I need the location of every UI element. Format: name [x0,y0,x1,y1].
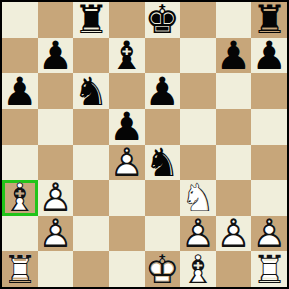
square-a6[interactable]: ♟ [2,73,38,109]
white-bishop[interactable]: ♝♗ [180,251,216,287]
white-pawn[interactable]: ♟♙ [38,180,74,216]
square-h4[interactable] [251,145,287,181]
square-f5[interactable] [180,109,216,145]
white-pawn-outline: ♙ [216,216,252,252]
white-rook-outline: ♖ [2,251,38,287]
white-knight[interactable]: ♞♘ [180,180,216,216]
black-rook[interactable]: ♜ [251,2,287,38]
square-e1[interactable]: ♚♔ [145,251,181,287]
square-g1[interactable] [216,251,252,287]
black-pawn-glyph: ♟ [38,38,74,74]
square-c4[interactable] [73,145,109,181]
square-g4[interactable] [216,145,252,181]
black-knight[interactable]: ♞ [73,73,109,109]
white-pawn[interactable]: ♟♙ [251,216,287,252]
white-rook[interactable]: ♜♖ [251,251,287,287]
square-g3[interactable] [216,180,252,216]
square-h1[interactable]: ♜♖ [251,251,287,287]
square-d7[interactable]: ♝ [109,38,145,74]
square-b8[interactable] [38,2,74,38]
black-pawn[interactable]: ♟ [2,73,38,109]
black-knight-glyph: ♞ [73,73,109,109]
white-bishop-outline: ♗ [2,180,38,216]
white-pawn[interactable]: ♟♙ [38,216,74,252]
square-e3[interactable] [145,180,181,216]
square-c2[interactable] [73,216,109,252]
black-pawn[interactable]: ♟ [38,38,74,74]
square-e4[interactable]: ♞ [145,145,181,181]
square-c8[interactable]: ♜ [73,2,109,38]
chess-board: ♜♚♜♟♝♟♟♟♞♟♟♟♙♞♝♗♟♙♞♘♟♙♟♙♟♙♟♙♜♖♚♔♝♗♜♖ [0,0,289,289]
black-rook-glyph: ♜ [251,2,287,38]
black-bishop[interactable]: ♝ [109,38,145,74]
square-b1[interactable] [38,251,74,287]
black-rook[interactable]: ♜ [73,2,109,38]
square-h7[interactable]: ♟ [251,38,287,74]
square-c5[interactable] [73,109,109,145]
square-e5[interactable] [145,109,181,145]
square-g5[interactable] [216,109,252,145]
square-d3[interactable] [109,180,145,216]
square-c6[interactable]: ♞ [73,73,109,109]
square-f2[interactable]: ♟♙ [180,216,216,252]
white-pawn-outline: ♙ [38,180,74,216]
square-h6[interactable] [251,73,287,109]
white-bishop-outline: ♗ [180,251,216,287]
square-h2[interactable]: ♟♙ [251,216,287,252]
square-c3[interactable] [73,180,109,216]
square-f8[interactable] [180,2,216,38]
black-king-glyph: ♚ [145,2,181,38]
square-d2[interactable] [109,216,145,252]
white-rook[interactable]: ♜♖ [2,251,38,287]
white-pawn[interactable]: ♟♙ [180,216,216,252]
white-rook-outline: ♖ [251,251,287,287]
square-a8[interactable] [2,2,38,38]
square-b2[interactable]: ♟♙ [38,216,74,252]
square-d6[interactable] [109,73,145,109]
black-bishop-glyph: ♝ [109,38,145,74]
square-b5[interactable] [38,109,74,145]
white-bishop[interactable]: ♝♗ [2,180,38,216]
square-a3[interactable]: ♝♗ [2,180,38,216]
white-pawn[interactable]: ♟♙ [216,216,252,252]
black-pawn-glyph: ♟ [216,38,252,74]
square-c7[interactable] [73,38,109,74]
square-e7[interactable] [145,38,181,74]
white-pawn-outline: ♙ [251,216,287,252]
black-pawn-glyph: ♟ [2,73,38,109]
white-pawn-outline: ♙ [38,216,74,252]
black-pawn[interactable]: ♟ [216,38,252,74]
square-g8[interactable] [216,2,252,38]
black-king[interactable]: ♚ [145,2,181,38]
square-b4[interactable] [38,145,74,181]
white-knight-outline: ♘ [180,180,216,216]
black-pawn-glyph: ♟ [109,109,145,145]
square-h5[interactable] [251,109,287,145]
square-f4[interactable] [180,145,216,181]
square-h8[interactable]: ♜ [251,2,287,38]
black-pawn[interactable]: ♟ [251,38,287,74]
square-a1[interactable]: ♜♖ [2,251,38,287]
black-pawn[interactable]: ♟ [145,73,181,109]
square-a2[interactable] [2,216,38,252]
square-f6[interactable] [180,73,216,109]
square-g7[interactable]: ♟ [216,38,252,74]
black-pawn-glyph: ♟ [251,38,287,74]
square-d8[interactable] [109,2,145,38]
white-pawn-outline: ♙ [180,216,216,252]
square-f3[interactable]: ♞♘ [180,180,216,216]
white-king-outline: ♔ [145,251,181,287]
square-d4[interactable]: ♟♙ [109,145,145,181]
square-c1[interactable] [73,251,109,287]
black-knight[interactable]: ♞ [145,145,181,181]
black-pawn-glyph: ♟ [145,73,181,109]
square-b3[interactable]: ♟♙ [38,180,74,216]
square-f1[interactable]: ♝♗ [180,251,216,287]
square-b6[interactable] [38,73,74,109]
white-pawn[interactable]: ♟♙ [109,145,145,181]
square-a7[interactable] [2,38,38,74]
black-knight-glyph: ♞ [145,145,181,181]
white-pawn-outline: ♙ [109,145,145,181]
square-b7[interactable]: ♟ [38,38,74,74]
square-h3[interactable] [251,180,287,216]
square-g2[interactable]: ♟♙ [216,216,252,252]
square-d1[interactable] [109,251,145,287]
square-e8[interactable]: ♚ [145,2,181,38]
square-f7[interactable] [180,38,216,74]
black-pawn[interactable]: ♟ [109,109,145,145]
square-a5[interactable] [2,109,38,145]
square-g6[interactable] [216,73,252,109]
square-d5[interactable]: ♟ [109,109,145,145]
square-a4[interactable] [2,145,38,181]
square-e2[interactable] [145,216,181,252]
black-rook-glyph: ♜ [73,2,109,38]
square-e6[interactable]: ♟ [145,73,181,109]
white-king[interactable]: ♚♔ [145,251,181,287]
